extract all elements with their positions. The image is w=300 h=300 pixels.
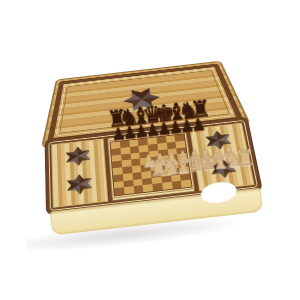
- board-square: [114, 187, 124, 195]
- star-inlay-icon: [207, 157, 240, 180]
- board-square: [181, 180, 192, 188]
- star-inlay-icon: [65, 173, 95, 197]
- chessboard: [109, 133, 192, 196]
- left-star-panel: [51, 138, 108, 208]
- open-chess-box: ♜♞♝♛♚♝♞♜ ♟♟♟♟♟♟♟♟ ♟♟♟♟♟♟♟♟ ♜♞♝♛♚♝♞♜: [17, 47, 283, 246]
- product-photo-chess-set: ♜♞♝♛♚♝♞♜ ♟♟♟♟♟♟♟♟ ♟♟♟♟♟♟♟♟ ♜♞♝♛♚♝♞♜: [0, 0, 300, 300]
- star-inlay-icon: [203, 129, 235, 151]
- board-margin: [107, 129, 195, 201]
- star-inlay-icon: [64, 145, 93, 168]
